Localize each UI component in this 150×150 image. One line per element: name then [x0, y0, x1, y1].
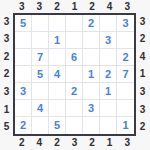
cell-r7c6[interactable] [100, 117, 117, 134]
clue-row-top: 3321243 [13, 0, 136, 13]
cell-r4c3[interactable]: 4 [49, 66, 66, 83]
cell-r6c5[interactable]: 3 [83, 100, 100, 117]
cell-r7c4[interactable] [66, 117, 83, 134]
clue-bottom-7: 3 [118, 136, 136, 149]
cell-r1c7[interactable]: 3 [117, 15, 134, 32]
cell-r4c6[interactable]: 2 [100, 66, 117, 83]
cell-r3c1[interactable] [15, 49, 32, 66]
clue-right-5: 3 [136, 83, 149, 101]
board: 523137625412732143251 [13, 13, 136, 136]
clue-top-6: 4 [101, 0, 119, 13]
cell-r7c3[interactable]: 5 [49, 117, 66, 134]
cell-r4c7[interactable]: 7 [117, 66, 134, 83]
cell-r6c3[interactable] [49, 100, 66, 117]
clue-bottom-1: 2 [13, 136, 31, 149]
cell-r5c7[interactable] [117, 83, 134, 100]
clue-right-4: 1 [136, 66, 149, 84]
clue-bottom-3: 2 [48, 136, 66, 149]
skyscrapers-puzzle: 3321243 2423213 3322315 3241332 52313762… [0, 0, 150, 150]
cell-r5c4[interactable]: 2 [66, 83, 83, 100]
cell-r4c5[interactable]: 1 [83, 66, 100, 83]
clue-bottom-6: 1 [101, 136, 119, 149]
clue-col-right: 3241332 [136, 13, 149, 136]
clue-top-7: 3 [118, 0, 136, 13]
clue-bottom-5: 2 [83, 136, 101, 149]
cell-r3c5[interactable] [83, 49, 100, 66]
cell-r2c4[interactable] [66, 32, 83, 49]
clue-right-6: 3 [136, 101, 149, 119]
cell-r1c6[interactable] [100, 15, 117, 32]
cell-r4c4[interactable] [66, 66, 83, 83]
cell-r2c3[interactable]: 1 [49, 32, 66, 49]
cell-r6c6[interactable] [100, 100, 117, 117]
cell-r6c7[interactable] [117, 100, 134, 117]
cell-r2c2[interactable] [32, 32, 49, 49]
clue-bottom-2: 4 [31, 136, 49, 149]
cell-r3c6[interactable] [100, 49, 117, 66]
cell-r5c5[interactable] [83, 83, 100, 100]
cell-r7c7[interactable]: 1 [117, 117, 134, 134]
cell-r2c1[interactable] [15, 32, 32, 49]
cell-r1c5[interactable]: 2 [83, 15, 100, 32]
cell-r1c2[interactable] [32, 15, 49, 32]
cell-r5c2[interactable] [32, 83, 49, 100]
clue-left-4: 2 [0, 66, 13, 84]
cell-r3c2[interactable]: 7 [32, 49, 49, 66]
clue-top-1: 3 [13, 0, 31, 13]
clue-left-2: 3 [0, 31, 13, 49]
cell-r1c4[interactable] [66, 15, 83, 32]
clue-top-2: 3 [31, 0, 49, 13]
clue-right-7: 2 [136, 118, 149, 136]
clue-left-7: 5 [0, 118, 13, 136]
cell-r6c2[interactable]: 4 [32, 100, 49, 117]
clue-top-4: 1 [66, 0, 84, 13]
clue-right-2: 2 [136, 31, 149, 49]
clue-row-bottom: 2423213 [13, 136, 136, 149]
clue-bottom-4: 3 [66, 136, 84, 149]
cell-r5c3[interactable] [49, 83, 66, 100]
cell-r7c2[interactable] [32, 117, 49, 134]
cell-r4c1[interactable] [15, 66, 32, 83]
cell-r3c7[interactable]: 2 [117, 49, 134, 66]
cell-r6c4[interactable] [66, 100, 83, 117]
cell-r7c5[interactable] [83, 117, 100, 134]
cell-r5c1[interactable]: 3 [15, 83, 32, 100]
cell-r4c2[interactable]: 5 [32, 66, 49, 83]
clue-col-left: 3322315 [0, 13, 13, 136]
clue-right-1: 3 [136, 13, 149, 31]
cell-r2c7[interactable] [117, 32, 134, 49]
cell-r7c1[interactable]: 2 [15, 117, 32, 134]
cell-r1c3[interactable] [49, 15, 66, 32]
clue-right-3: 4 [136, 48, 149, 66]
cell-r5c6[interactable]: 1 [100, 83, 117, 100]
clue-left-6: 1 [0, 101, 13, 119]
cell-r2c5[interactable] [83, 32, 100, 49]
clue-left-1: 3 [0, 13, 13, 31]
cell-r6c1[interactable] [15, 100, 32, 117]
cell-r2c6[interactable]: 3 [100, 32, 117, 49]
cell-r1c1[interactable]: 5 [15, 15, 32, 32]
clue-left-3: 2 [0, 48, 13, 66]
clue-top-5: 2 [83, 0, 101, 13]
clue-top-3: 2 [48, 0, 66, 13]
cell-r3c3[interactable] [49, 49, 66, 66]
cell-r3c4[interactable]: 6 [66, 49, 83, 66]
clue-left-5: 3 [0, 83, 13, 101]
